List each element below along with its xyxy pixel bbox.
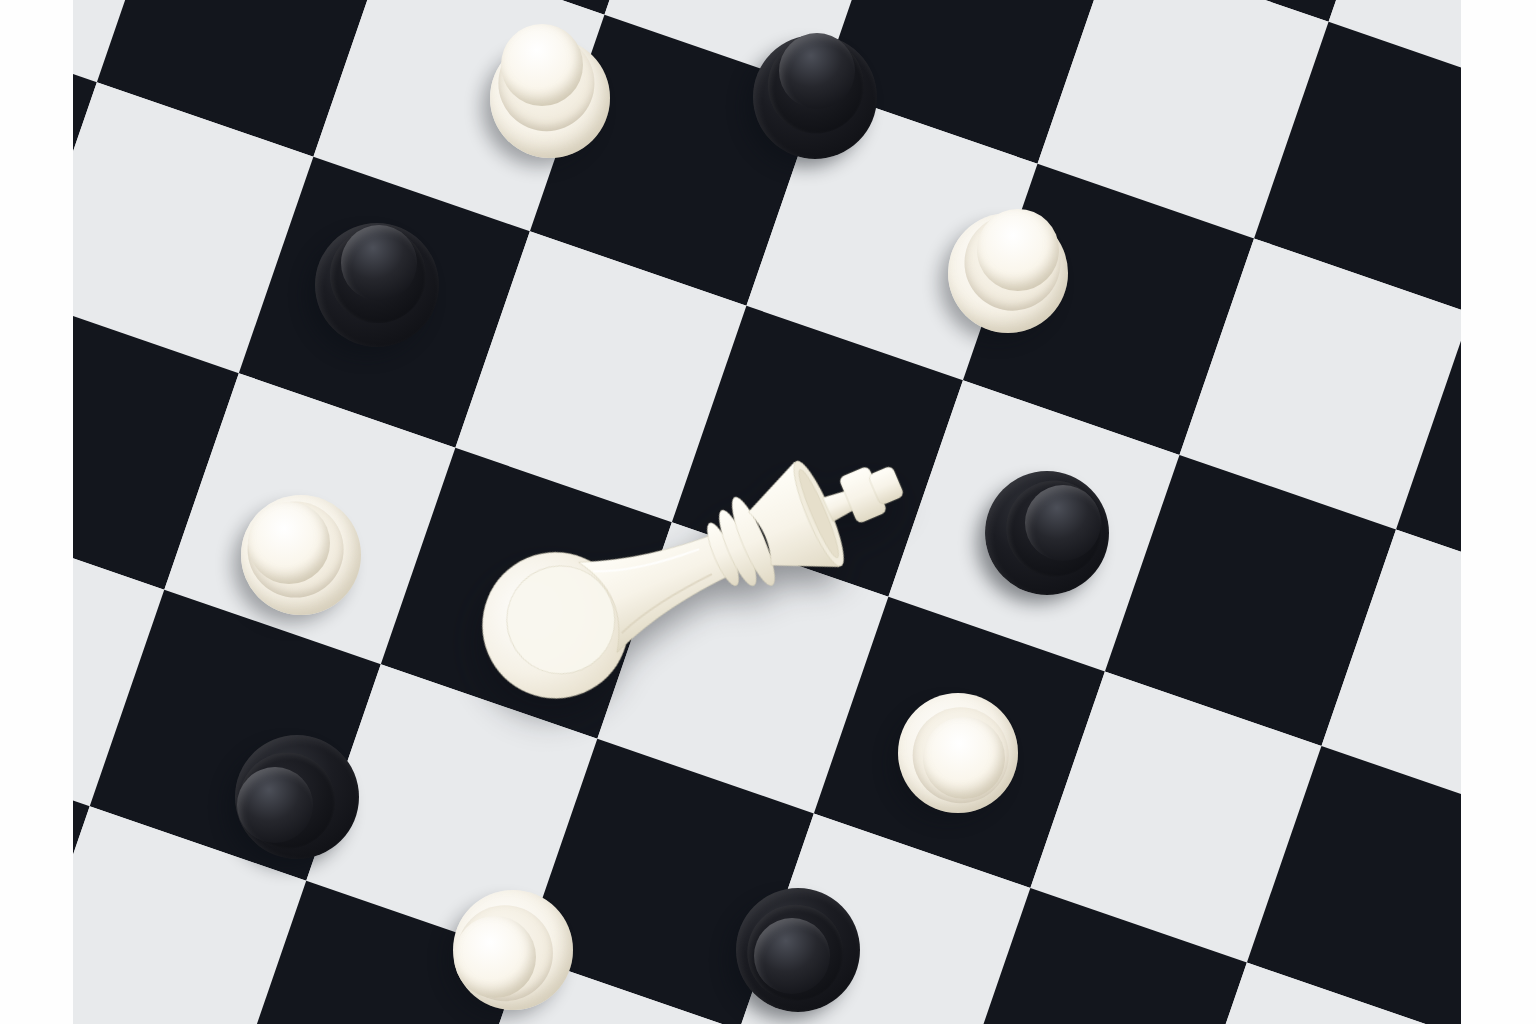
black-pawn — [736, 888, 860, 1012]
pawn-dome — [923, 717, 1005, 799]
pawn-dome — [237, 767, 313, 843]
pawn-dome — [1025, 485, 1101, 561]
pawn-dome — [454, 916, 536, 998]
pawn-dome — [501, 24, 583, 106]
right-margin — [1461, 0, 1536, 1024]
pawn-dome — [977, 209, 1059, 291]
left-margin — [0, 0, 73, 1024]
white-pawn — [948, 213, 1068, 333]
black-pawn — [315, 223, 439, 347]
pawn-dome — [248, 502, 330, 584]
pawn-dome — [754, 918, 830, 994]
black-pawn — [753, 35, 877, 159]
black-pawn — [235, 735, 359, 859]
white-pawn — [241, 495, 361, 615]
pawn-dome — [341, 225, 417, 301]
white-pawn — [490, 38, 610, 158]
white-pawn — [898, 693, 1018, 813]
photo — [73, 0, 1461, 1024]
black-pawn — [985, 471, 1109, 595]
white-pawn — [453, 890, 573, 1010]
screenshot-root: { "game": "chess", "scene_title": "Overh… — [0, 0, 1536, 1024]
pawn-dome — [779, 33, 855, 109]
